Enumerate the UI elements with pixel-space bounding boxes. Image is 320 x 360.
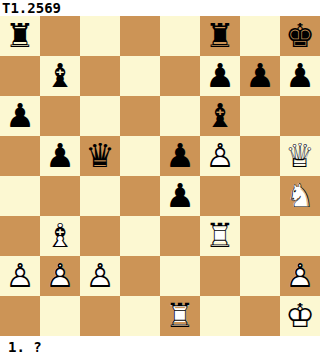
square-g3[interactable]	[240, 216, 280, 256]
square-e2[interactable]	[160, 256, 200, 296]
black-bishop-glyph: ♝	[40, 56, 80, 96]
square-e4[interactable]: ♟	[160, 176, 200, 216]
square-g8[interactable]	[240, 16, 280, 56]
black-pawn-glyph: ♟	[40, 136, 80, 176]
black-pawn[interactable]: ♟	[240, 56, 280, 96]
black-rook[interactable]: ♜	[0, 16, 40, 56]
square-g6[interactable]	[240, 96, 280, 136]
white-pawn-outline: ♙	[200, 136, 240, 176]
square-d8[interactable]	[120, 16, 160, 56]
white-rook-outline: ♖	[160, 296, 200, 336]
square-a4[interactable]	[0, 176, 40, 216]
square-e5[interactable]: ♟	[160, 136, 200, 176]
square-e3[interactable]	[160, 216, 200, 256]
white-pawn[interactable]: ♟♙	[40, 256, 80, 296]
square-a3[interactable]	[0, 216, 40, 256]
white-pawn-outline: ♙	[80, 256, 120, 296]
square-h2[interactable]: ♟♙	[280, 256, 320, 296]
square-g2[interactable]	[240, 256, 280, 296]
black-bishop-glyph: ♝	[200, 96, 240, 136]
square-f1[interactable]	[200, 296, 240, 336]
black-pawn-glyph: ♟	[280, 56, 320, 96]
white-rook[interactable]: ♜♖	[160, 296, 200, 336]
white-knight-outline: ♘	[280, 176, 320, 216]
square-h1[interactable]: ♚♔	[280, 296, 320, 336]
chess-puzzle-app: T1.2569 ♜♜♚♝♟♟♟♟♝♟♛♟♟♙♛♕♟♞♘♝♗♜♖♟♙♟♙♟♙♟♙♜…	[0, 0, 320, 360]
black-king-glyph: ♚	[280, 16, 320, 56]
square-e1[interactable]: ♜♖	[160, 296, 200, 336]
black-pawn-glyph: ♟	[160, 176, 200, 216]
square-b6[interactable]	[40, 96, 80, 136]
black-rook-glyph: ♜	[0, 16, 40, 56]
white-bishop[interactable]: ♝♗	[40, 216, 80, 256]
square-g5[interactable]	[240, 136, 280, 176]
square-e6[interactable]	[160, 96, 200, 136]
square-c1[interactable]	[80, 296, 120, 336]
square-b5[interactable]: ♟	[40, 136, 80, 176]
black-pawn[interactable]: ♟	[0, 96, 40, 136]
white-king[interactable]: ♚♔	[280, 296, 320, 336]
square-a6[interactable]: ♟	[0, 96, 40, 136]
black-pawn[interactable]: ♟	[280, 56, 320, 96]
black-pawn[interactable]: ♟	[160, 136, 200, 176]
white-rook[interactable]: ♜♖	[200, 216, 240, 256]
square-a1[interactable]	[0, 296, 40, 336]
square-d4[interactable]	[120, 176, 160, 216]
black-rook-glyph: ♜	[200, 16, 240, 56]
square-f5[interactable]: ♟♙	[200, 136, 240, 176]
white-bishop-outline: ♗	[40, 216, 80, 256]
square-c4[interactable]	[80, 176, 120, 216]
black-pawn[interactable]: ♟	[200, 56, 240, 96]
square-h7[interactable]: ♟	[280, 56, 320, 96]
black-pawn-glyph: ♟	[240, 56, 280, 96]
square-b2[interactable]: ♟♙	[40, 256, 80, 296]
square-b1[interactable]	[40, 296, 80, 336]
square-b3[interactable]: ♝♗	[40, 216, 80, 256]
square-g4[interactable]	[240, 176, 280, 216]
black-king[interactable]: ♚	[280, 16, 320, 56]
square-b8[interactable]	[40, 16, 80, 56]
black-queen-glyph: ♛	[80, 136, 120, 176]
square-c5[interactable]: ♛	[80, 136, 120, 176]
chess-board: ♜♜♚♝♟♟♟♟♝♟♛♟♟♙♛♕♟♞♘♝♗♜♖♟♙♟♙♟♙♟♙♜♖♚♔	[0, 16, 320, 336]
square-b7[interactable]: ♝	[40, 56, 80, 96]
square-e7[interactable]	[160, 56, 200, 96]
black-pawn-glyph: ♟	[0, 96, 40, 136]
black-pawn[interactable]: ♟	[40, 136, 80, 176]
square-f6[interactable]: ♝	[200, 96, 240, 136]
white-pawn[interactable]: ♟♙	[200, 136, 240, 176]
square-c6[interactable]	[80, 96, 120, 136]
black-pawn-glyph: ♟	[200, 56, 240, 96]
white-knight[interactable]: ♞♘	[280, 176, 320, 216]
square-h6[interactable]	[280, 96, 320, 136]
square-a8[interactable]: ♜	[0, 16, 40, 56]
square-h8[interactable]: ♚	[280, 16, 320, 56]
white-pawn-outline: ♙	[280, 256, 320, 296]
move-prompt: 1. ?	[0, 336, 320, 360]
square-h3[interactable]	[280, 216, 320, 256]
square-d5[interactable]	[120, 136, 160, 176]
black-rook[interactable]: ♜	[200, 16, 240, 56]
square-f3[interactable]: ♜♖	[200, 216, 240, 256]
white-pawn[interactable]: ♟♙	[0, 256, 40, 296]
square-d1[interactable]	[120, 296, 160, 336]
black-bishop[interactable]: ♝	[40, 56, 80, 96]
square-f8[interactable]: ♜	[200, 16, 240, 56]
square-a5[interactable]	[0, 136, 40, 176]
square-f7[interactable]: ♟	[200, 56, 240, 96]
white-rook-outline: ♖	[200, 216, 240, 256]
square-a7[interactable]	[0, 56, 40, 96]
white-queen[interactable]: ♛♕	[280, 136, 320, 176]
white-queen-outline: ♕	[280, 136, 320, 176]
square-f4[interactable]	[200, 176, 240, 216]
square-d2[interactable]	[120, 256, 160, 296]
white-pawn[interactable]: ♟♙	[280, 256, 320, 296]
square-b4[interactable]	[40, 176, 80, 216]
black-bishop[interactable]: ♝	[200, 96, 240, 136]
square-c3[interactable]	[80, 216, 120, 256]
square-c7[interactable]	[80, 56, 120, 96]
white-pawn-outline: ♙	[40, 256, 80, 296]
square-g7[interactable]: ♟	[240, 56, 280, 96]
square-d6[interactable]	[120, 96, 160, 136]
square-e8[interactable]	[160, 16, 200, 56]
black-pawn[interactable]: ♟	[160, 176, 200, 216]
square-h4[interactable]: ♞♘	[280, 176, 320, 216]
square-d3[interactable]	[120, 216, 160, 256]
black-queen[interactable]: ♛	[80, 136, 120, 176]
white-king-outline: ♔	[280, 296, 320, 336]
square-a2[interactable]: ♟♙	[0, 256, 40, 296]
square-f2[interactable]	[200, 256, 240, 296]
square-d7[interactable]	[120, 56, 160, 96]
square-g1[interactable]	[240, 296, 280, 336]
square-c2[interactable]: ♟♙	[80, 256, 120, 296]
white-pawn-outline: ♙	[0, 256, 40, 296]
puzzle-id: T1.2569	[0, 0, 320, 16]
white-pawn[interactable]: ♟♙	[80, 256, 120, 296]
square-h5[interactable]: ♛♕	[280, 136, 320, 176]
black-pawn-glyph: ♟	[160, 136, 200, 176]
square-c8[interactable]	[80, 16, 120, 56]
